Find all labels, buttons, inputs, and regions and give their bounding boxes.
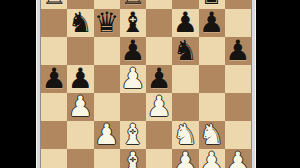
square-c4[interactable] — [94, 93, 120, 121]
square-d3[interactable]: ♝ — [120, 121, 146, 149]
square-e3[interactable] — [146, 121, 172, 149]
black-pawn: ♟ — [173, 9, 198, 37]
black-pawn: ♟ — [199, 9, 224, 37]
square-d2[interactable]: ♝ — [120, 149, 146, 168]
black-pawn: ♟ — [120, 37, 145, 65]
square-b7[interactable]: ♞ — [67, 9, 93, 37]
white-bishop: ♝ — [120, 149, 145, 168]
black-rook: ♜ — [42, 0, 67, 9]
square-g6[interactable] — [199, 37, 225, 65]
square-g4[interactable] — [199, 93, 225, 121]
square-c3[interactable]: ♟ — [94, 121, 120, 149]
black-bishop: ♝ — [120, 9, 145, 37]
square-f4[interactable] — [172, 93, 198, 121]
black-queen: ♛ — [94, 9, 119, 37]
white-pawn: ♟ — [225, 149, 250, 168]
black-pawn: ♟ — [225, 37, 250, 65]
square-h5[interactable] — [225, 65, 251, 93]
square-b8[interactable] — [67, 0, 93, 9]
square-f3[interactable]: ♞ — [172, 121, 198, 149]
square-c8[interactable] — [94, 0, 120, 9]
square-d6[interactable]: ♟ — [120, 37, 146, 65]
white-pawn: ♟ — [94, 121, 119, 149]
square-g2[interactable]: ♟ — [199, 149, 225, 168]
black-pawn: ♟ — [147, 65, 172, 93]
square-b5[interactable]: ♟ — [67, 65, 93, 93]
square-h6[interactable]: ♟ — [225, 37, 251, 65]
chess-board[interactable]: ♜♜♚♞♛♝♟♟♟♞♟♟♟♟♟♟♟♟♝♞♞♝♟♟♟♜♛♜♚ — [41, 0, 251, 168]
square-a5[interactable]: ♟ — [41, 65, 67, 93]
black-rook: ♜ — [120, 0, 145, 9]
square-d4[interactable] — [120, 93, 146, 121]
square-c2[interactable] — [94, 149, 120, 168]
black-knight: ♞ — [173, 37, 198, 65]
square-h8[interactable] — [225, 0, 251, 9]
square-c5[interactable] — [94, 65, 120, 93]
square-a2[interactable] — [41, 149, 67, 168]
square-a6[interactable] — [41, 37, 67, 65]
square-f6[interactable]: ♞ — [172, 37, 198, 65]
square-a7[interactable] — [41, 9, 67, 37]
white-knight: ♞ — [173, 121, 198, 149]
square-h3[interactable] — [225, 121, 251, 149]
square-e8[interactable] — [146, 0, 172, 9]
square-d8[interactable]: ♜ — [120, 0, 146, 9]
square-c7[interactable]: ♛ — [94, 9, 120, 37]
square-e2[interactable] — [146, 149, 172, 168]
square-d5[interactable]: ♟ — [120, 65, 146, 93]
square-f8[interactable] — [172, 0, 198, 9]
white-pawn: ♟ — [173, 149, 198, 168]
square-g7[interactable]: ♟ — [199, 9, 225, 37]
square-b4[interactable]: ♟ — [67, 93, 93, 121]
square-b6[interactable] — [67, 37, 93, 65]
white-bishop: ♝ — [120, 121, 145, 149]
white-knight: ♞ — [199, 121, 224, 149]
square-g3[interactable]: ♞ — [199, 121, 225, 149]
square-f7[interactable]: ♟ — [172, 9, 198, 37]
square-h4[interactable] — [225, 93, 251, 121]
white-pawn: ♟ — [199, 149, 224, 168]
square-h7[interactable] — [225, 9, 251, 37]
black-pawn: ♟ — [68, 65, 93, 93]
square-e6[interactable] — [146, 37, 172, 65]
square-a3[interactable] — [41, 121, 67, 149]
board-frame-right — [251, 0, 256, 168]
square-g8[interactable]: ♚ — [199, 0, 225, 9]
square-d7[interactable]: ♝ — [120, 9, 146, 37]
square-f2[interactable]: ♟ — [172, 149, 198, 168]
square-e7[interactable] — [146, 9, 172, 37]
square-a8[interactable]: ♜ — [41, 0, 67, 9]
video-frame: ♜♜♚♞♛♝♟♟♟♞♟♟♟♟♟♟♟♟♝♞♞♝♟♟♟♜♛♜♚ — [0, 0, 300, 168]
black-pawn: ♟ — [42, 65, 67, 93]
black-king: ♚ — [199, 0, 224, 9]
white-pawn: ♟ — [120, 65, 145, 93]
white-pawn: ♟ — [147, 93, 172, 121]
square-f5[interactable] — [172, 65, 198, 93]
square-h2[interactable]: ♟ — [225, 149, 251, 168]
white-pawn: ♟ — [68, 93, 93, 121]
square-b2[interactable] — [67, 149, 93, 168]
black-knight: ♞ — [68, 9, 93, 37]
square-g5[interactable] — [199, 65, 225, 93]
square-a4[interactable] — [41, 93, 67, 121]
square-c6[interactable] — [94, 37, 120, 65]
square-e4[interactable]: ♟ — [146, 93, 172, 121]
square-e5[interactable]: ♟ — [146, 65, 172, 93]
square-b3[interactable] — [67, 121, 93, 149]
